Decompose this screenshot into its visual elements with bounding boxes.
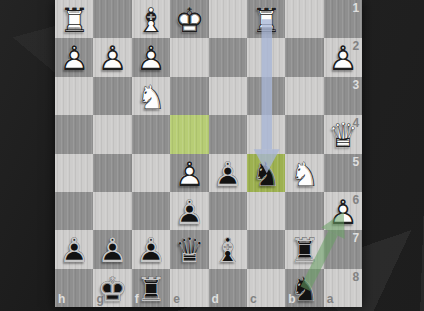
- app-background: 1234567hgfedcb8a: [0, 0, 424, 311]
- square-h2[interactable]: [55, 38, 93, 76]
- black-pawn-g7[interactable]: [93, 230, 131, 268]
- square-h5[interactable]: [55, 154, 93, 192]
- square-c8[interactable]: c: [247, 269, 285, 307]
- white-king-e1[interactable]: [170, 0, 208, 38]
- white-pawn-a2[interactable]: [324, 38, 362, 76]
- square-a4[interactable]: 4: [324, 115, 362, 153]
- rank-label-3: 3: [352, 79, 359, 91]
- square-e1[interactable]: [170, 0, 208, 38]
- square-d7[interactable]: [209, 230, 247, 268]
- file-label-h: h: [58, 293, 65, 305]
- square-a3[interactable]: 3: [324, 77, 362, 115]
- black-pawn-h7[interactable]: [55, 230, 93, 268]
- square-f6[interactable]: [132, 192, 170, 230]
- square-a6[interactable]: 6: [324, 192, 362, 230]
- file-label-d: d: [212, 293, 219, 305]
- white-pawn-a6[interactable]: [324, 192, 362, 230]
- square-f7[interactable]: [132, 230, 170, 268]
- square-a1[interactable]: 1: [324, 0, 362, 38]
- square-g1[interactable]: [93, 0, 131, 38]
- square-a2[interactable]: 2: [324, 38, 362, 76]
- square-b1[interactable]: [285, 0, 323, 38]
- square-g7[interactable]: [93, 230, 131, 268]
- white-pawn-g2[interactable]: [93, 38, 131, 76]
- rank-label-5: 5: [352, 156, 359, 168]
- square-d8[interactable]: d: [209, 269, 247, 307]
- square-b8[interactable]: b: [285, 269, 323, 307]
- square-b7[interactable]: [285, 230, 323, 268]
- square-c6[interactable]: [247, 192, 285, 230]
- black-rook-f8[interactable]: [132, 269, 170, 307]
- white-bishop-f1[interactable]: [132, 0, 170, 38]
- black-king-g8[interactable]: [93, 269, 131, 307]
- square-c1[interactable]: [247, 0, 285, 38]
- white-rook-h1[interactable]: [55, 0, 93, 38]
- square-d5[interactable]: [209, 154, 247, 192]
- file-label-a: a: [327, 293, 334, 305]
- file-label-e: e: [173, 293, 180, 305]
- square-e2[interactable]: [170, 38, 208, 76]
- black-pawn-e6[interactable]: [170, 192, 208, 230]
- square-h7[interactable]: [55, 230, 93, 268]
- square-e5[interactable]: [170, 154, 208, 192]
- square-g3[interactable]: [93, 77, 131, 115]
- square-c7[interactable]: [247, 230, 285, 268]
- square-a5[interactable]: 5: [324, 154, 362, 192]
- white-queen-a4[interactable]: [324, 115, 362, 153]
- black-knight-c5[interactable]: [247, 154, 285, 192]
- square-e7[interactable]: [170, 230, 208, 268]
- rank-label-8: 8: [352, 271, 359, 283]
- white-knight-f3[interactable]: [132, 77, 170, 115]
- square-d1[interactable]: [209, 0, 247, 38]
- square-h1[interactable]: [55, 0, 93, 38]
- square-d2[interactable]: [209, 38, 247, 76]
- black-pawn-f7[interactable]: [132, 230, 170, 268]
- rank-label-1: 1: [352, 2, 359, 14]
- square-h8[interactable]: h: [55, 269, 93, 307]
- square-c2[interactable]: [247, 38, 285, 76]
- square-e8[interactable]: e: [170, 269, 208, 307]
- black-knight-b8[interactable]: [285, 269, 323, 307]
- black-bishop-d7[interactable]: [209, 230, 247, 268]
- square-g2[interactable]: [93, 38, 131, 76]
- square-e3[interactable]: [170, 77, 208, 115]
- white-pawn-h2[interactable]: [55, 38, 93, 76]
- square-h4[interactable]: [55, 115, 93, 153]
- white-pawn-f2[interactable]: [132, 38, 170, 76]
- square-d4[interactable]: [209, 115, 247, 153]
- square-e4[interactable]: [170, 115, 208, 153]
- square-h6[interactable]: [55, 192, 93, 230]
- square-a8[interactable]: 8a: [324, 269, 362, 307]
- square-f4[interactable]: [132, 115, 170, 153]
- square-h3[interactable]: [55, 77, 93, 115]
- square-c5[interactable]: [247, 154, 285, 192]
- square-c3[interactable]: [247, 77, 285, 115]
- square-f5[interactable]: [132, 154, 170, 192]
- black-rook-b7[interactable]: [285, 230, 323, 268]
- square-f2[interactable]: [132, 38, 170, 76]
- square-f3[interactable]: [132, 77, 170, 115]
- white-pawn-e5[interactable]: [170, 154, 208, 192]
- square-g6[interactable]: [93, 192, 131, 230]
- square-b5[interactable]: [285, 154, 323, 192]
- square-e6[interactable]: [170, 192, 208, 230]
- square-f8[interactable]: f: [132, 269, 170, 307]
- square-b6[interactable]: [285, 192, 323, 230]
- square-b2[interactable]: [285, 38, 323, 76]
- square-b4[interactable]: [285, 115, 323, 153]
- black-pawn-d5[interactable]: [209, 154, 247, 192]
- square-g5[interactable]: [93, 154, 131, 192]
- square-g4[interactable]: [93, 115, 131, 153]
- square-b3[interactable]: [285, 77, 323, 115]
- white-knight-b5[interactable]: [285, 154, 323, 192]
- square-g8[interactable]: g: [93, 269, 131, 307]
- white-rook-c1[interactable]: [247, 0, 285, 38]
- black-queen-e7[interactable]: [170, 230, 208, 268]
- rank-label-7: 7: [352, 232, 359, 244]
- square-f1[interactable]: [132, 0, 170, 38]
- square-c4[interactable]: [247, 115, 285, 153]
- file-label-c: c: [250, 293, 257, 305]
- chess-board: 1234567hgfedcb8a: [55, 0, 362, 307]
- square-d6[interactable]: [209, 192, 247, 230]
- square-a7[interactable]: 7: [324, 230, 362, 268]
- square-d3[interactable]: [209, 77, 247, 115]
